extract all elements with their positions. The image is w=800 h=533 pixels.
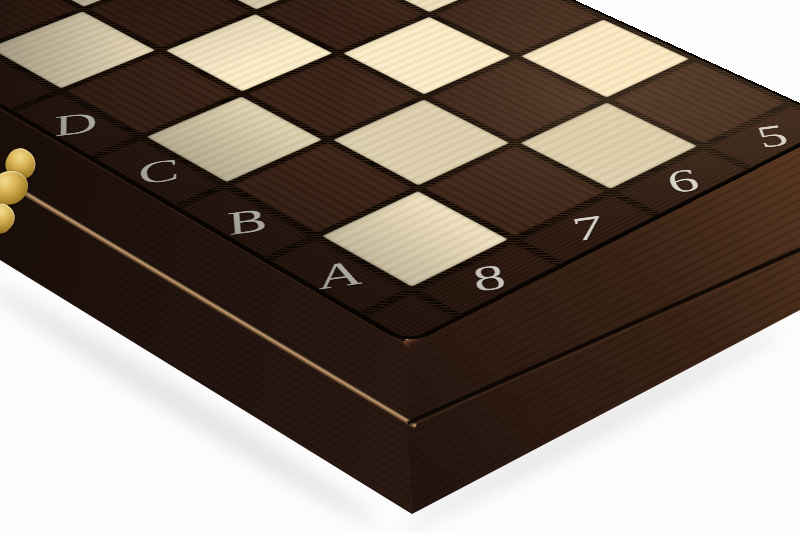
file-label-c: C (131, 154, 183, 189)
scene: DCBA8765 (0, 0, 800, 533)
rank-label-5: 5 (747, 120, 797, 152)
rank-label-7: 7 (563, 210, 613, 246)
rank-label-8: 8 (463, 259, 513, 297)
rank-label-6: 6 (657, 164, 707, 198)
file-label-b: B (219, 204, 271, 240)
file-label-a: A (310, 256, 365, 295)
file-label-d: D (48, 107, 101, 141)
